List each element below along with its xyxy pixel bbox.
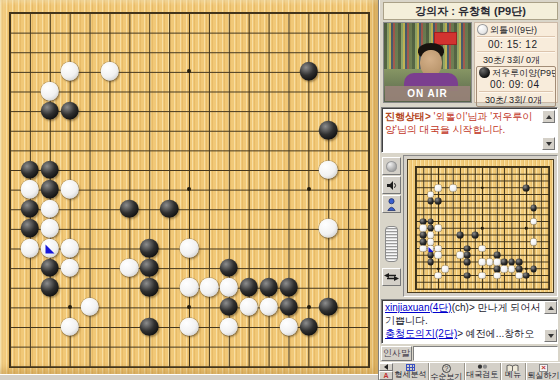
black-stone <box>259 278 278 297</box>
black-stone <box>471 232 478 239</box>
black-stone <box>160 200 179 219</box>
white-stone <box>442 265 449 272</box>
move-slider[interactable] <box>385 226 398 262</box>
white-stone <box>60 239 79 258</box>
black-player-byoyomi: 30초/ 3회/ 0개 <box>477 94 555 106</box>
red-sign <box>434 32 457 45</box>
white-player-time: 00: 15: 12 <box>475 39 557 51</box>
black-stone <box>41 160 60 179</box>
white-stone <box>319 160 338 179</box>
white-stone <box>493 259 500 266</box>
white-stone <box>60 317 79 336</box>
star-point <box>481 187 484 190</box>
black-stone <box>279 298 298 317</box>
right-panel: 강의자 : 유창혁 (P9단) ON AIR 외톨이(9단) 00: 15: 1… <box>378 0 560 380</box>
bottom-toolbar: A 형세분석 수순보기 대국검토 메뉴 퇴실하기 <box>379 362 560 380</box>
white-stone <box>21 180 40 199</box>
down-arrow-icon <box>548 334 554 338</box>
star-point <box>68 305 72 309</box>
white-stone <box>240 298 259 317</box>
white-stone <box>479 272 486 279</box>
white-stone <box>501 265 508 272</box>
black-stone <box>21 219 40 238</box>
black-stone <box>41 278 60 297</box>
star-point <box>187 187 191 191</box>
baduk-client-window: 강의자 : 유창혁 (P9단) ON AIR 외톨이(9단) 00: 15: 1… <box>0 0 560 380</box>
white-stone <box>180 317 199 336</box>
star-point <box>481 268 484 271</box>
black-stone <box>319 121 338 140</box>
black-stone <box>41 258 60 277</box>
white-stone <box>479 245 486 252</box>
viewer-list-button[interactable] <box>382 195 401 213</box>
star-point <box>307 187 311 191</box>
black-stone <box>220 258 239 277</box>
white-stone <box>508 265 515 272</box>
white-stone <box>200 278 219 297</box>
white-stone <box>479 259 486 266</box>
swap-arrows-icon <box>384 273 399 281</box>
divider <box>479 91 553 93</box>
black-player-row: 저우루이양(P9단 <box>477 67 555 79</box>
white-stone <box>220 278 239 297</box>
black-stone <box>60 101 79 120</box>
white-stone <box>449 184 456 191</box>
white-player-byoyomi: 30초/ 3회/ 0개 <box>475 54 557 66</box>
white-stone <box>530 238 537 245</box>
game-status-box: 진행상태> '외톨이'님과 '저우루이양'님의 대국을 시작합니다. <box>381 107 558 153</box>
black-stone-icon <box>479 67 490 78</box>
greeting-input[interactable] <box>413 346 558 361</box>
white-stone <box>279 317 298 336</box>
divider <box>477 36 555 38</box>
black-stone <box>427 198 434 205</box>
leave-room-button[interactable]: 퇴실하기 <box>525 363 560 380</box>
chat-user-link[interactable]: xinjiaxuan(4단) <box>385 302 452 313</box>
down-arrow-icon <box>546 142 552 146</box>
black-stone <box>220 298 239 317</box>
game-status-text: 진행상태> '외톨이'님과 '저우루이양'님의 대국을 시작합니다. <box>385 110 541 136</box>
star-point <box>437 268 440 271</box>
black-stone <box>435 198 442 205</box>
black-stone <box>530 265 537 272</box>
white-stone <box>41 82 60 101</box>
white-stone <box>21 239 40 258</box>
move-sequence-button[interactable]: 수순보기 <box>428 363 464 380</box>
status-label: 진행상태> <box>385 111 431 122</box>
chat-user-link[interactable]: 충청도의지(2단) <box>385 328 457 339</box>
white-stone <box>120 258 139 277</box>
white-stone <box>420 245 427 252</box>
star-point <box>525 268 528 271</box>
white-stone <box>41 219 60 238</box>
white-stone <box>180 239 199 258</box>
chat-scroll-down-button[interactable] <box>544 329 557 342</box>
black-stone <box>21 160 40 179</box>
white-stone <box>515 272 522 279</box>
black-stone <box>240 278 259 297</box>
bottom-gray-strip <box>0 374 378 380</box>
white-stone <box>435 272 442 279</box>
mini-board <box>407 159 554 293</box>
star-point <box>481 227 484 230</box>
white-stone <box>486 259 493 266</box>
stone-sound-button[interactable] <box>382 157 401 175</box>
collapse-panel-button[interactable] <box>379 363 393 371</box>
webcam-video: ON AIR <box>383 22 472 103</box>
main-board[interactable] <box>0 0 378 374</box>
white-stone <box>435 252 442 259</box>
up-arrow-icon <box>546 115 552 119</box>
star-point <box>525 227 528 230</box>
white-stone <box>80 298 99 317</box>
black-stone <box>319 298 338 317</box>
white-stone <box>435 225 442 232</box>
chat-area[interactable]: xinjiaxuan(4단)(ch)> 만나게 되어서 기쁩니다. 충청도의지(… <box>381 299 558 344</box>
white-stone <box>427 191 434 198</box>
white-stone <box>259 298 278 317</box>
white-stone <box>435 184 442 191</box>
white-stone <box>220 317 239 336</box>
toolbar-mini-buttons: A <box>379 363 393 380</box>
white-stone <box>457 252 464 259</box>
black-stone <box>120 200 139 219</box>
lecturer-title: 강의자 : 유창혁 (P9단) <box>383 2 558 20</box>
status-scroll-up-button[interactable] <box>542 110 555 123</box>
black-player-turn-box: 저우루이양(P9단 00: 09: 04 30초/ 3회/ 0개 <box>476 66 556 107</box>
white-stone <box>319 219 338 238</box>
black-stone <box>41 101 60 120</box>
white-stone <box>60 180 79 199</box>
up-arrow-icon <box>548 306 554 310</box>
white-player-name: 외톨이(9단) <box>490 25 537 35</box>
black-stone <box>140 317 159 336</box>
black-stone <box>279 278 298 297</box>
greeting-label: 인사말 <box>381 346 412 361</box>
speaker-button[interactable] <box>382 176 401 194</box>
analysis-button[interactable]: 형세분석 <box>393 363 428 380</box>
last-move-marker <box>45 245 54 254</box>
game-review-button[interactable]: 대국검토 <box>464 363 500 380</box>
black-player-name: 저우루이양(P9단 <box>492 68 555 78</box>
star-point <box>187 69 191 73</box>
black-stone <box>457 232 464 239</box>
black-stone <box>523 272 530 279</box>
status-scroll-down-button[interactable] <box>542 137 555 150</box>
speaker-icon <box>386 180 398 191</box>
on-air-badge: ON AIR <box>385 86 470 101</box>
chat-scroll-up-button[interactable] <box>544 301 557 314</box>
divider <box>477 51 555 53</box>
black-stone <box>530 205 537 212</box>
white-stone <box>100 62 119 81</box>
black-stone <box>140 239 159 258</box>
menu-button[interactable]: 메뉴 <box>500 363 525 380</box>
left-arrow-icon <box>384 364 388 370</box>
black-stone <box>41 180 60 199</box>
black-stone <box>464 259 471 266</box>
black-stone <box>523 184 530 191</box>
black-stone <box>140 278 159 297</box>
white-stone <box>493 272 500 279</box>
chat-suffix: (ch)> <box>452 302 475 313</box>
mini-board-frame <box>403 155 558 297</box>
stone-icon <box>386 161 397 172</box>
white-stone <box>530 218 537 225</box>
star-point <box>307 305 311 309</box>
star-point <box>187 305 191 309</box>
white-stone <box>60 258 79 277</box>
white-stone-icon <box>477 24 488 35</box>
font-button[interactable]: A <box>379 371 393 380</box>
white-stone <box>420 225 427 232</box>
person-icon <box>387 198 396 211</box>
black-stone <box>427 259 434 266</box>
white-stone <box>180 278 199 297</box>
board-flip-button[interactable] <box>382 268 401 286</box>
white-player-row: 외톨이(9단) <box>475 24 557 36</box>
black-stone <box>464 272 471 279</box>
black-stone <box>299 317 318 336</box>
player-clocks: 외톨이(9단) 00: 15: 12 30초/ 3회/ 0개 저우루이양(P9단… <box>474 22 558 103</box>
black-stone <box>21 200 40 219</box>
black-stone <box>299 62 318 81</box>
white-stone <box>41 200 60 219</box>
white-stone <box>60 62 79 81</box>
last-move-marker <box>428 247 433 252</box>
black-stone <box>140 258 159 277</box>
black-player-time: 00: 09: 04 <box>477 79 555 91</box>
